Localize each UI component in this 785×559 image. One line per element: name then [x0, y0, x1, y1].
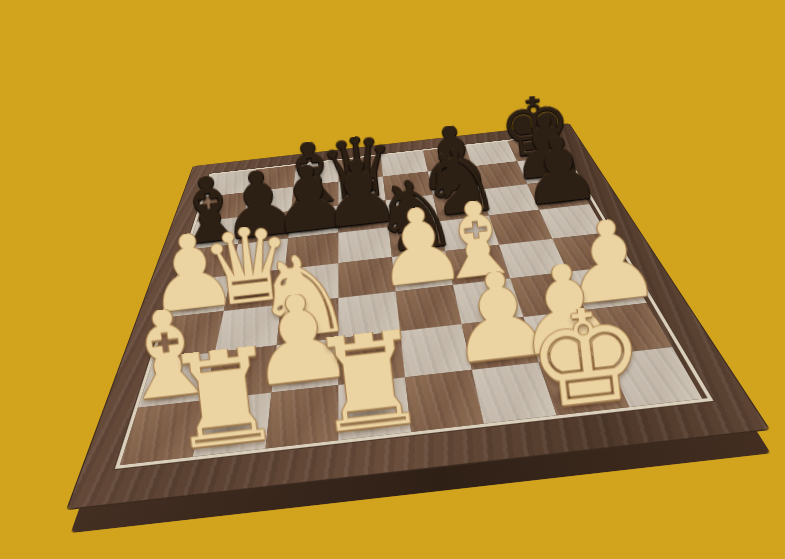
white-rook[interactable]: ♜	[305, 327, 432, 441]
white-king[interactable]: ♚	[523, 302, 650, 416]
chessboard-frame: ♚♝♛♟♟♝♟♟♟♞♟♞♟♛♟♝♞♟♝♟♟♟♜♜♚	[68, 124, 769, 509]
app-background: ♚♝♛♟♟♝♟♟♟♞♟♞♟♛♟♝♞♟♝♟♟♟♜♜♚	[0, 0, 785, 559]
square-d1[interactable]: ♜	[338, 377, 411, 440]
square-g1[interactable]: ♚	[539, 355, 630, 416]
chessboard: ♚♝♛♟♟♝♟♟♟♞♟♞♟♛♟♝♞♟♝♟♟♟♜♜♚	[120, 136, 708, 465]
square-b1[interactable]: ♜	[193, 393, 272, 457]
white-rook[interactable]: ♜	[160, 343, 287, 457]
